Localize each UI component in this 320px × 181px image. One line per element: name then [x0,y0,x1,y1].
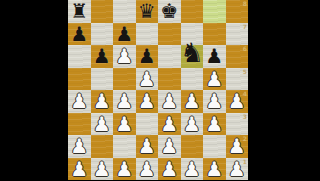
rank-label-3: 3 [243,113,247,120]
video-frame: ♜♛♚8♟♟7♟♟♟♞♟6♟♟5♟♟♟♟♟♟♟4♟♟♟♟♟♟3♟♟♟2♟♟♟♟♟… [0,0,320,180]
square-e8[interactable]: ♚ [158,0,181,23]
rank-label-7: 7 [243,23,247,30]
piece-white-pawn[interactable]: ♟ [160,114,178,134]
square-c6[interactable]: ♟ [113,45,136,68]
square-g5[interactable]: ♟ [203,68,226,91]
square-e6[interactable] [158,45,181,68]
square-h7[interactable]: 7 [226,23,249,46]
piece-black-queen[interactable]: ♛ [138,1,156,21]
piece-white-pawn[interactable]: ♟ [70,91,88,111]
piece-white-pawn[interactable]: ♟ [205,114,223,134]
square-c5[interactable] [113,68,136,91]
square-f6-lastmove-highlight[interactable]: ♞ [181,45,204,68]
square-a2[interactable]: ♟ [68,135,91,158]
square-e7[interactable] [158,23,181,46]
square-h3[interactable]: 3 [226,113,249,136]
square-b3[interactable]: ♟ [91,113,114,136]
square-d7[interactable] [136,23,159,46]
square-b5[interactable] [91,68,114,91]
piece-black-pawn[interactable]: ♟ [70,24,88,44]
square-f2[interactable] [181,135,204,158]
square-e1[interactable]: ♟ [158,158,181,181]
piece-white-pawn[interactable]: ♟ [115,91,133,111]
square-e3[interactable]: ♟ [158,113,181,136]
square-g4[interactable]: ♟ [203,90,226,113]
piece-white-pawn[interactable]: ♟ [205,69,223,89]
piece-white-pawn[interactable]: ♟ [183,91,201,111]
square-h4[interactable]: 4♟ [226,90,249,113]
rank-label-6: 6 [243,45,247,52]
piece-black-knight[interactable]: ♞ [180,39,204,66]
square-d3[interactable] [136,113,159,136]
piece-white-pawn[interactable]: ♟ [183,159,201,179]
square-f4[interactable]: ♟ [181,90,204,113]
square-g3[interactable]: ♟ [203,113,226,136]
piece-black-king[interactable]: ♚ [160,1,178,21]
chess-board: ♜♛♚8♟♟7♟♟♟♞♟6♟♟5♟♟♟♟♟♟♟4♟♟♟♟♟♟3♟♟♟2♟♟♟♟♟… [68,0,248,180]
square-e5[interactable] [158,68,181,91]
square-d5[interactable]: ♟ [136,68,159,91]
piece-white-pawn[interactable]: ♟ [93,114,111,134]
square-b2[interactable] [91,135,114,158]
square-c2[interactable] [113,135,136,158]
rank-label-4: 4 [243,90,247,97]
piece-white-pawn[interactable]: ♟ [93,159,111,179]
piece-white-pawn[interactable]: ♟ [205,91,223,111]
square-a8[interactable]: ♜ [68,0,91,23]
square-a4[interactable]: ♟ [68,90,91,113]
piece-black-rook[interactable]: ♜ [70,1,88,21]
square-f3[interactable]: ♟ [181,113,204,136]
square-g8-lastmove-highlight[interactable] [203,0,226,23]
piece-black-pawn[interactable]: ♟ [93,46,111,66]
rank-label-1: 1 [243,158,247,165]
piece-white-pawn[interactable]: ♟ [138,91,156,111]
square-a3[interactable] [68,113,91,136]
piece-white-pawn[interactable]: ♟ [138,69,156,89]
square-h6[interactable]: 6 [226,45,249,68]
piece-white-pawn[interactable]: ♟ [70,136,88,156]
square-a5[interactable] [68,68,91,91]
piece-white-pawn[interactable]: ♟ [138,136,156,156]
square-h5[interactable]: 5 [226,68,249,91]
piece-white-pawn[interactable]: ♟ [93,91,111,111]
piece-white-pawn[interactable]: ♟ [115,114,133,134]
piece-white-pawn[interactable]: ♟ [160,136,178,156]
square-b1[interactable]: ♟ [91,158,114,181]
square-c3[interactable]: ♟ [113,113,136,136]
square-h1[interactable]: 1♟ [226,158,249,181]
square-c4[interactable]: ♟ [113,90,136,113]
square-g1[interactable]: ♟ [203,158,226,181]
piece-white-pawn[interactable]: ♟ [183,114,201,134]
square-h2[interactable]: 2♟ [226,135,249,158]
square-d2[interactable]: ♟ [136,135,159,158]
square-b4[interactable]: ♟ [91,90,114,113]
square-a6[interactable] [68,45,91,68]
piece-white-pawn[interactable]: ♟ [205,159,223,179]
square-d1[interactable]: ♟ [136,158,159,181]
rank-label-5: 5 [243,68,247,75]
square-d6[interactable]: ♟ [136,45,159,68]
square-b7[interactable] [91,23,114,46]
rank-label-8: 8 [243,0,247,7]
square-c7[interactable]: ♟ [113,23,136,46]
square-g2[interactable] [203,135,226,158]
square-a1[interactable]: ♟ [68,158,91,181]
square-c8[interactable] [113,0,136,23]
piece-white-pawn[interactable]: ♟ [115,46,133,66]
piece-white-pawn[interactable]: ♟ [115,159,133,179]
piece-white-pawn[interactable]: ♟ [138,159,156,179]
square-e2[interactable]: ♟ [158,135,181,158]
square-f5[interactable] [181,68,204,91]
piece-white-pawn[interactable]: ♟ [160,91,178,111]
piece-black-pawn[interactable]: ♟ [115,24,133,44]
square-d8[interactable]: ♛ [136,0,159,23]
square-e4[interactable]: ♟ [158,90,181,113]
rank-label-2: 2 [243,135,247,142]
square-f1[interactable]: ♟ [181,158,204,181]
square-c1[interactable]: ♟ [113,158,136,181]
square-f8[interactable] [181,0,204,23]
square-a7[interactable]: ♟ [68,23,91,46]
piece-white-pawn[interactable]: ♟ [160,159,178,179]
piece-black-pawn[interactable]: ♟ [205,46,223,66]
piece-black-pawn[interactable]: ♟ [138,46,156,66]
square-d4[interactable]: ♟ [136,90,159,113]
square-b8[interactable] [91,0,114,23]
square-b6[interactable]: ♟ [91,45,114,68]
square-h8[interactable]: 8 [226,0,249,23]
piece-white-pawn[interactable]: ♟ [70,159,88,179]
square-g6[interactable]: ♟ [203,45,226,68]
square-g7[interactable] [203,23,226,46]
